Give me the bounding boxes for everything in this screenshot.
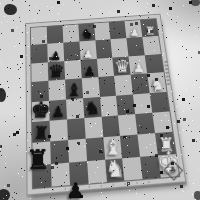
square-f6[interactable] bbox=[67, 118, 86, 140]
black-knight-e5[interactable]: ♞ bbox=[84, 99, 100, 117]
black-rook-f8[interactable]: ♜ bbox=[33, 125, 50, 143]
square-c8[interactable] bbox=[31, 62, 48, 82]
square-c7[interactable]: ♛ bbox=[48, 61, 65, 81]
square-b6[interactable] bbox=[63, 42, 80, 61]
board-grid: ♞♟♜♟♟♛♟♛♟♝♞♚♟♞♜♝♜♞♚ bbox=[31, 19, 179, 188]
black-queen-c7[interactable]: ♛ bbox=[48, 63, 65, 81]
captured-black-rook[interactable]: ♜ bbox=[26, 146, 51, 174]
square-e1[interactable] bbox=[150, 91, 170, 112]
black-pawn-e7[interactable]: ♟ bbox=[51, 105, 65, 120]
black-knight-a5[interactable]: ♞ bbox=[81, 28, 94, 41]
square-b8[interactable] bbox=[31, 44, 48, 63]
square-a4[interactable] bbox=[94, 22, 111, 40]
square-a5[interactable]: ♞ bbox=[78, 23, 95, 41]
square-e7[interactable]: ♟ bbox=[49, 99, 67, 121]
square-e4[interactable] bbox=[100, 95, 119, 116]
square-f7[interactable] bbox=[49, 119, 67, 141]
square-b7[interactable]: ♟ bbox=[47, 43, 64, 62]
chess-photo: ♞♟♜♟♟♛♟♛♟♝♞♚♟♞♜♝♜♞♚ ♣ ♜ ♟ bbox=[0, 0, 200, 200]
square-a6[interactable] bbox=[62, 25, 79, 43]
smudge-bottom-right bbox=[194, 191, 200, 200]
square-b4[interactable] bbox=[95, 40, 113, 59]
square-e6[interactable] bbox=[66, 98, 84, 119]
square-c6[interactable] bbox=[64, 60, 81, 80]
square-g6[interactable] bbox=[68, 139, 87, 162]
emblem-club-icon: ♣ bbox=[169, 166, 178, 176]
captured-black-pawn[interactable]: ♟ bbox=[66, 181, 85, 200]
square-d6[interactable]: ♝ bbox=[65, 78, 83, 99]
white-knight-d1[interactable]: ♞ bbox=[150, 76, 166, 92]
square-b5[interactable]: ♟ bbox=[79, 41, 96, 60]
square-d4[interactable] bbox=[98, 76, 116, 97]
black-king-e8[interactable]: ♚ bbox=[31, 99, 52, 121]
smudge-top-left bbox=[4, 4, 17, 15]
square-e8[interactable]: ♚ bbox=[32, 100, 50, 122]
square-h4[interactable]: ♞ bbox=[105, 158, 125, 182]
square-b1[interactable] bbox=[142, 36, 160, 55]
white-pawn-a2[interactable]: ♟ bbox=[129, 28, 139, 38]
square-c4[interactable] bbox=[96, 57, 114, 77]
square-d5[interactable] bbox=[81, 77, 99, 98]
white-queen-c3[interactable]: ♛ bbox=[114, 58, 131, 75]
white-rook-a1[interactable]: ♜ bbox=[144, 26, 155, 37]
square-h5[interactable] bbox=[87, 159, 107, 183]
square-f1[interactable] bbox=[152, 111, 172, 133]
square-g5[interactable] bbox=[85, 138, 104, 161]
square-f8[interactable]: ♜ bbox=[32, 121, 50, 143]
smudge-bottom-left bbox=[0, 189, 10, 200]
black-pawn-b7[interactable]: ♟ bbox=[50, 50, 62, 62]
white-knight-h4[interactable]: ♞ bbox=[105, 158, 126, 181]
square-c3[interactable]: ♛ bbox=[113, 56, 131, 76]
square-g7[interactable] bbox=[50, 140, 69, 163]
square-f5[interactable] bbox=[84, 117, 103, 139]
square-d1[interactable]: ♞ bbox=[147, 72, 166, 92]
square-c1[interactable] bbox=[145, 54, 164, 74]
black-pawn-c5[interactable]: ♟ bbox=[83, 65, 95, 78]
square-c5[interactable]: ♟ bbox=[80, 59, 98, 79]
square-a1[interactable]: ♜ bbox=[140, 19, 158, 37]
square-e5[interactable]: ♞ bbox=[83, 97, 101, 118]
square-a7[interactable] bbox=[47, 26, 64, 44]
square-a8[interactable] bbox=[31, 27, 47, 46]
white-pawn-b5[interactable]: ♟ bbox=[83, 48, 94, 60]
white-pawn-c2[interactable]: ♟ bbox=[132, 61, 145, 74]
black-bishop-d6[interactable]: ♝ bbox=[66, 81, 82, 98]
